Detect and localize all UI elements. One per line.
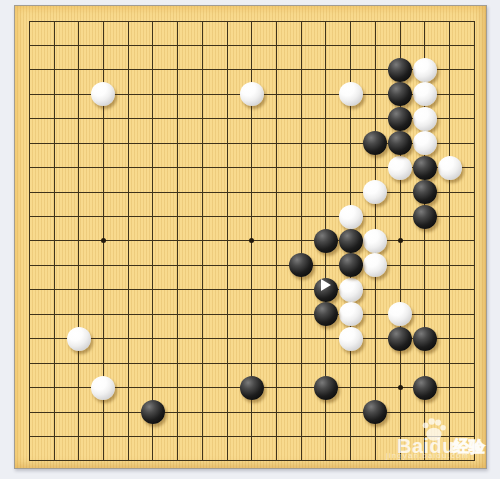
white-stone [339, 82, 363, 106]
grid-line-horizontal [29, 289, 475, 290]
white-stone [240, 82, 264, 106]
black-stone [388, 131, 412, 155]
black-stone [314, 376, 338, 400]
black-stone [413, 376, 437, 400]
grid-line-horizontal [29, 363, 475, 364]
white-stone [413, 107, 437, 131]
white-stone [339, 327, 363, 351]
white-stone [413, 58, 437, 82]
star-point [398, 385, 403, 390]
grid-line-horizontal [29, 460, 475, 461]
white-stone [91, 82, 115, 106]
grid-line-horizontal [29, 412, 475, 413]
black-stone [339, 229, 363, 253]
black-stone [339, 253, 363, 277]
black-stone [413, 205, 437, 229]
white-stone [91, 376, 115, 400]
black-stone [314, 278, 338, 302]
white-stone [339, 302, 363, 326]
star-point [101, 238, 106, 243]
white-stone [339, 278, 363, 302]
grid-line-vertical [301, 21, 302, 462]
white-stone [339, 205, 363, 229]
white-stone [413, 131, 437, 155]
white-stone [363, 229, 387, 253]
black-stone [413, 327, 437, 351]
white-stone [388, 156, 412, 180]
white-stone [363, 253, 387, 277]
grid-line-vertical [276, 21, 277, 462]
white-stone [363, 180, 387, 204]
black-stone [314, 229, 338, 253]
star-point [398, 238, 403, 243]
black-stone [363, 400, 387, 424]
black-stone [388, 82, 412, 106]
white-stone [388, 302, 412, 326]
black-stone [413, 156, 437, 180]
black-stone [388, 58, 412, 82]
go-board [14, 5, 487, 469]
last-move-marker [321, 279, 331, 291]
white-stone [67, 327, 91, 351]
black-stone [388, 107, 412, 131]
black-stone [413, 180, 437, 204]
grid-line-horizontal [29, 265, 475, 266]
black-stone [240, 376, 264, 400]
grid-line-vertical [449, 21, 450, 462]
black-stone [289, 253, 313, 277]
grid-line-horizontal [29, 436, 475, 437]
black-stone [314, 302, 338, 326]
black-stone [141, 400, 165, 424]
screenshot-root: Baidu 经验 jingyan.baidu.com [0, 0, 500, 479]
white-stone [413, 82, 437, 106]
star-point [249, 238, 254, 243]
black-stone [388, 327, 412, 351]
black-stone [363, 131, 387, 155]
grid-line-vertical [474, 21, 475, 462]
white-stone [438, 156, 462, 180]
